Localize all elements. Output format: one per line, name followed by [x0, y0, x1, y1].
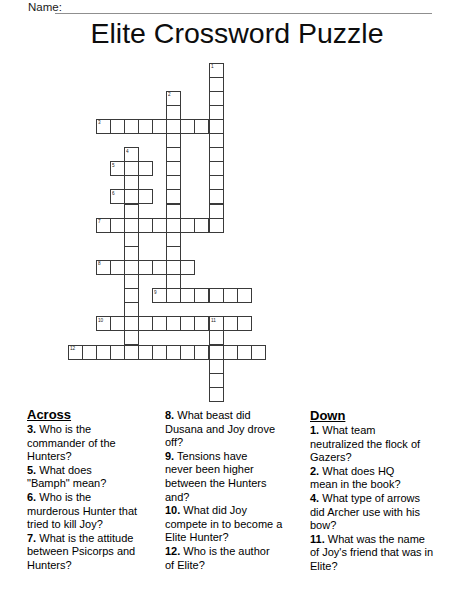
- grid-cell[interactable]: [82, 345, 97, 360]
- grid-cell[interactable]: [180, 119, 195, 134]
- clue-text: Who is the murderous Hunter that tried t…: [27, 491, 137, 530]
- cell-number: 11: [211, 318, 216, 323]
- grid-cell[interactable]: [209, 359, 224, 374]
- grid-cell[interactable]: 7: [96, 218, 111, 233]
- clue-item: 1. What team neutralized the flock of Ga…: [310, 424, 444, 465]
- grid-cell[interactable]: [166, 232, 181, 247]
- clue-number: 3.: [27, 423, 36, 435]
- grid-cell[interactable]: [166, 147, 181, 162]
- clue-item: 10. What did Joy compete in to become a …: [165, 504, 293, 545]
- grid-cell[interactable]: [166, 189, 181, 204]
- grid-cell[interactable]: [180, 345, 195, 360]
- clue-number: 11.: [310, 533, 325, 545]
- clue-item: 5. What does "Bamph" mean?: [27, 464, 151, 491]
- grid-cell[interactable]: [124, 260, 139, 275]
- clue-item: 11. What was the name of Joy's friend th…: [310, 533, 444, 574]
- clue-item: 2. What does HQ mean in the book?: [310, 465, 444, 492]
- grid-cell[interactable]: [138, 218, 153, 233]
- grid-cell[interactable]: [124, 232, 139, 247]
- grid-cell[interactable]: [166, 260, 181, 275]
- grid-cell[interactable]: [166, 204, 181, 219]
- grid-cell[interactable]: [180, 218, 195, 233]
- clue-text: Who is the author of Elite?: [165, 545, 270, 571]
- down-clues-column: Down1. What team neutralized the flock o…: [310, 408, 444, 574]
- grid-cell[interactable]: 8: [96, 260, 111, 275]
- clue-header-across: Across: [27, 407, 151, 422]
- grid-cell[interactable]: [237, 345, 252, 360]
- grid-cell[interactable]: [209, 330, 224, 345]
- grid-cell[interactable]: [209, 91, 224, 106]
- grid-cell[interactable]: [166, 246, 181, 261]
- grid-cell[interactable]: [138, 260, 153, 275]
- clue-number: 9.: [165, 450, 174, 462]
- grid-cell[interactable]: [237, 316, 252, 331]
- grid-cell[interactable]: [124, 189, 139, 204]
- grid-cell[interactable]: [209, 204, 224, 219]
- grid-cell[interactable]: [110, 260, 125, 275]
- grid-cell[interactable]: [166, 119, 181, 134]
- grid-cell[interactable]: [166, 274, 181, 289]
- name-write-in-line: [55, 13, 432, 14]
- name-label: Name:: [28, 1, 62, 13]
- across-clues-column-continued: 8. What beast did Dusana and Joy drove o…: [165, 409, 293, 572]
- grid-cell[interactable]: 2: [166, 91, 181, 106]
- clue-text: What was the name of Joy's friend that w…: [310, 533, 433, 572]
- cell-number: 2: [168, 92, 171, 97]
- grid-cell[interactable]: [138, 316, 153, 331]
- grid-cell[interactable]: [209, 77, 224, 92]
- grid-cell[interactable]: [138, 119, 153, 134]
- grid-cell[interactable]: 10: [96, 316, 111, 331]
- grid-cell[interactable]: [209, 133, 224, 148]
- clue-header-down: Down: [310, 408, 444, 423]
- grid-cell[interactable]: [209, 189, 224, 204]
- clue-number: 4.: [310, 492, 319, 504]
- grid-cell[interactable]: [209, 119, 224, 134]
- worksheet-page: Name: Elite Crossword Puzzle 12345678910…: [0, 0, 474, 613]
- grid-cell[interactable]: [209, 288, 224, 303]
- clue-item: 12. Who is the author of Elite?: [165, 545, 293, 572]
- grid-cell[interactable]: 9: [152, 288, 167, 303]
- clue-number: 8.: [165, 409, 174, 421]
- grid-cell[interactable]: 5: [110, 161, 125, 176]
- clue-text: Who is the commander of the Hunters?: [27, 423, 116, 462]
- grid-cell[interactable]: [209, 175, 224, 190]
- grid-cell[interactable]: [124, 345, 139, 360]
- grid-cell[interactable]: [166, 218, 181, 233]
- grid-cell[interactable]: [152, 345, 167, 360]
- cell-number: 5: [112, 163, 115, 168]
- cell-number: 9: [154, 290, 157, 295]
- grid-cell[interactable]: 12: [68, 345, 83, 360]
- clue-number: 5.: [27, 464, 36, 476]
- grid-cell[interactable]: [96, 345, 111, 360]
- grid-cell[interactable]: [110, 345, 125, 360]
- grid-cell[interactable]: [209, 105, 224, 120]
- grid-cell[interactable]: [124, 119, 139, 134]
- grid-cell[interactable]: [166, 316, 181, 331]
- grid-cell[interactable]: [223, 288, 238, 303]
- grid-cell[interactable]: 3: [96, 119, 111, 134]
- clue-text: What does HQ mean in the book?: [310, 465, 401, 491]
- cell-number: 6: [112, 191, 115, 196]
- clue-number: 1.: [310, 424, 319, 436]
- clue-number: 10.: [165, 504, 180, 516]
- grid-cell[interactable]: 6: [110, 189, 125, 204]
- clue-item: 8. What beast did Dusana and Joy drove o…: [165, 409, 293, 450]
- grid-cell[interactable]: [110, 316, 125, 331]
- cell-number: 8: [98, 261, 101, 266]
- clue-text: What team neutralized the flock of Gazer…: [310, 424, 420, 463]
- clue-item: 3. Who is the commander of the Hunters?: [27, 423, 151, 464]
- grid-cell[interactable]: [166, 133, 181, 148]
- grid-cell[interactable]: [166, 345, 181, 360]
- crossword-grid: 123456789101112: [68, 63, 267, 403]
- grid-cell[interactable]: [166, 161, 181, 176]
- clue-item: 9. Tensions have never been higher betwe…: [165, 450, 293, 504]
- grid-cell[interactable]: [209, 387, 224, 402]
- grid-cell[interactable]: [166, 288, 181, 303]
- grid-cell[interactable]: [110, 218, 125, 233]
- clue-item: 6. Who is the murderous Hunter that trie…: [27, 491, 151, 532]
- cell-number: 7: [98, 219, 101, 224]
- grid-cell[interactable]: [110, 119, 125, 134]
- grid-cell[interactable]: [166, 105, 181, 120]
- grid-cell[interactable]: [166, 175, 181, 190]
- cell-number: 4: [126, 149, 129, 154]
- grid-cell[interactable]: [180, 288, 195, 303]
- grid-cell[interactable]: [251, 345, 266, 360]
- cell-number: 1: [211, 64, 214, 69]
- grid-cell[interactable]: [124, 274, 139, 289]
- grid-cell[interactable]: [194, 345, 209, 360]
- grid-cell[interactable]: [138, 161, 153, 176]
- grid-cell[interactable]: [152, 218, 167, 233]
- grid-cell[interactable]: [152, 260, 167, 275]
- clue-number: 12.: [165, 545, 180, 557]
- cell-number: 12: [70, 346, 75, 351]
- grid-cell[interactable]: [209, 147, 224, 162]
- grid-cell[interactable]: 4: [124, 147, 139, 162]
- across-clues-column: Across3. Who is the commander of the Hun…: [27, 407, 151, 573]
- grid-cell[interactable]: [152, 119, 167, 134]
- grid-cell[interactable]: [138, 189, 153, 204]
- grid-cell[interactable]: [194, 288, 209, 303]
- grid-cell[interactable]: [180, 316, 195, 331]
- grid-cell[interactable]: [223, 316, 238, 331]
- grid-cell[interactable]: [124, 161, 139, 176]
- clue-text: What does "Bamph" mean?: [27, 464, 106, 490]
- page-title: Elite Crossword Puzzle: [0, 16, 474, 51]
- grid-cell[interactable]: [180, 260, 195, 275]
- grid-cell[interactable]: [209, 218, 224, 233]
- clue-number: 7.: [27, 532, 36, 544]
- grid-cell[interactable]: [124, 246, 139, 261]
- clue-number: 6.: [27, 491, 36, 503]
- clue-number: 2.: [310, 465, 319, 477]
- cell-number: 3: [98, 120, 101, 125]
- clue-text: What did Joy compete in to become a Elit…: [165, 504, 282, 543]
- clue-text: What beast did Dusana and Joy drove off?: [165, 409, 275, 448]
- grid-cell[interactable]: [124, 175, 139, 190]
- grid-cell[interactable]: [124, 330, 139, 345]
- grid-cell[interactable]: [209, 345, 224, 360]
- grid-cell[interactable]: [138, 345, 153, 360]
- grid-cell[interactable]: [124, 288, 139, 303]
- grid-cell[interactable]: [124, 316, 139, 331]
- clue-item: 4. What type of arrows did Archer use wi…: [310, 492, 444, 533]
- grid-cell[interactable]: 11: [209, 316, 224, 331]
- grid-cell[interactable]: [237, 288, 252, 303]
- grid-cell[interactable]: [209, 161, 224, 176]
- cell-number: 10: [98, 318, 103, 323]
- clue-text: What type of arrows did Archer use with …: [310, 492, 420, 531]
- grid-cell[interactable]: [124, 302, 139, 317]
- clue-item: 7. What is the attitude between Psicorps…: [27, 532, 151, 573]
- grid-cell[interactable]: 1: [209, 63, 224, 78]
- grid-cell[interactable]: [124, 204, 139, 219]
- grid-cell[interactable]: [152, 316, 167, 331]
- grid-cell[interactable]: [209, 373, 224, 388]
- grid-cell[interactable]: [194, 316, 209, 331]
- grid-cell[interactable]: [194, 218, 209, 233]
- clue-text: Tensions have never been higher between …: [165, 450, 267, 503]
- grid-cell[interactable]: [223, 345, 238, 360]
- clue-text: What is the attitude between Psicorps an…: [27, 532, 135, 571]
- grid-cell[interactable]: [194, 119, 209, 134]
- grid-cell[interactable]: [124, 218, 139, 233]
